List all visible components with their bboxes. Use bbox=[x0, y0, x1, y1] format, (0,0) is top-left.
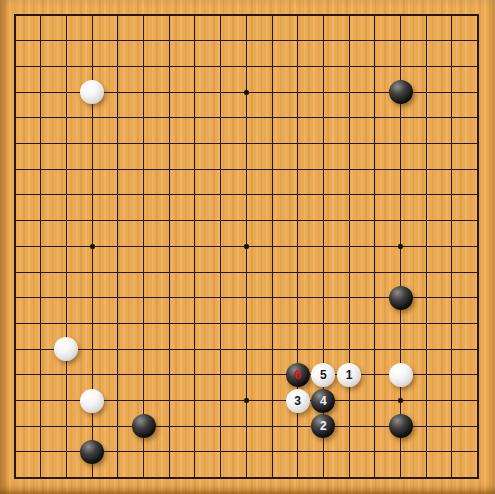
go-app: 651342 bbox=[0, 0, 495, 494]
stone-black-M5-move-6: 6 bbox=[286, 363, 310, 387]
star-point bbox=[398, 398, 403, 403]
grid-line-vertical bbox=[374, 14, 375, 479]
stone-black-Q16 bbox=[389, 80, 413, 104]
stone-black-Q8 bbox=[389, 286, 413, 310]
grid-line-vertical bbox=[349, 14, 350, 479]
stone-black-D2 bbox=[80, 440, 104, 464]
stone-white-O5-move-1: 1 bbox=[337, 363, 361, 387]
grid-line-vertical bbox=[272, 14, 273, 479]
grid-line-horizontal bbox=[14, 349, 479, 350]
stone-white-D4 bbox=[80, 389, 104, 413]
stone-black-N4-move-4: 4 bbox=[311, 389, 335, 413]
star-point bbox=[90, 244, 95, 249]
go-board[interactable]: 651342 bbox=[0, 0, 495, 494]
stone-white-C6 bbox=[54, 337, 78, 361]
grid-line-vertical bbox=[426, 14, 427, 479]
grid-line-horizontal bbox=[14, 272, 479, 273]
grid-line-horizontal bbox=[14, 477, 479, 479]
star-point bbox=[244, 244, 249, 249]
stone-white-M4-move-3: 3 bbox=[286, 389, 310, 413]
grid-line-vertical bbox=[451, 14, 452, 479]
star-point bbox=[244, 398, 249, 403]
stone-white-N5-move-5: 5 bbox=[311, 363, 335, 387]
grid-line-horizontal bbox=[14, 323, 479, 324]
stone-white-Q5 bbox=[389, 363, 413, 387]
stone-black-N3-move-2: 2 bbox=[311, 414, 335, 438]
stone-black-F3 bbox=[132, 414, 156, 438]
star-point bbox=[398, 244, 403, 249]
stone-white-D16 bbox=[80, 80, 104, 104]
star-point bbox=[244, 90, 249, 95]
grid-line-vertical bbox=[477, 14, 479, 479]
stone-black-Q3 bbox=[389, 414, 413, 438]
